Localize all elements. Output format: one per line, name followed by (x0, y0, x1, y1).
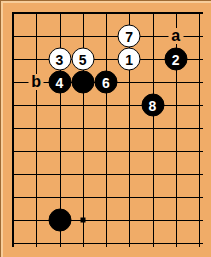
frame-highlight-left (1, 0, 3, 257)
grid-line-vertical-1 (12, 12, 14, 247)
stone-black-c4r4 (71, 71, 94, 94)
grid-line-horizontal-7 (12, 151, 203, 152)
stone-white-1: 1 (118, 48, 141, 71)
stone-black-2: 2 (164, 48, 187, 71)
grid-line-vertical-5 (106, 12, 107, 247)
stone-black-8: 8 (141, 94, 164, 117)
frame-edge-top (0, 0, 211, 1)
stone-black-c3r10 (48, 209, 71, 232)
grid-line-vertical-7 (153, 12, 154, 247)
stone-black-6: 6 (95, 71, 118, 94)
stone-black-4: 4 (48, 71, 71, 94)
grid-line-horizontal-11 (12, 243, 203, 244)
grid-line-horizontal-1 (12, 12, 203, 14)
go-board-diagram: 12345678ab (0, 0, 211, 257)
grid-line-vertical-2 (36, 12, 37, 247)
label-b: b (29, 74, 44, 90)
grid-line-horizontal-10 (12, 220, 203, 221)
grid-line-horizontal-5 (12, 105, 203, 106)
grid-line-horizontal-6 (12, 128, 203, 129)
grid-line-horizontal-9 (12, 197, 203, 198)
frame-highlight-top (0, 1, 211, 3)
grid-line-vertical-9 (199, 12, 200, 247)
stone-white-7: 7 (118, 25, 141, 48)
grid-line-horizontal-8 (12, 174, 203, 175)
frame-edge-left (0, 0, 1, 257)
label-a: a (168, 28, 183, 44)
hoshi-point (80, 218, 85, 223)
stone-white-3: 3 (48, 48, 71, 71)
stone-white-5: 5 (71, 48, 94, 71)
